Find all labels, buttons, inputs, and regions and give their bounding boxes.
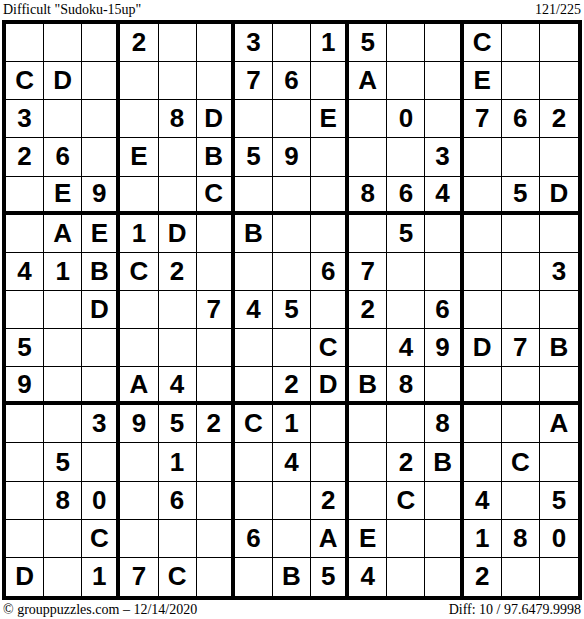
- cell-r13c5-given[interactable]: 6: [159, 482, 197, 520]
- cell-r1c5-empty[interactable]: [159, 24, 197, 62]
- cell-r12c5-given[interactable]: 1: [159, 443, 197, 481]
- cell-r15c13-given[interactable]: 2: [464, 558, 502, 596]
- cell-r6c5-given[interactable]: D: [159, 215, 197, 253]
- cell-r5c7-empty[interactable]: [235, 177, 273, 215]
- cell-r2c4-empty[interactable]: [120, 62, 158, 100]
- puzzle-number: 121/225: [535, 1, 581, 18]
- cell-r2c3-empty[interactable]: [82, 62, 120, 100]
- cell-r14c6-empty[interactable]: [197, 520, 235, 558]
- cell-r6c11-given[interactable]: 5: [387, 215, 425, 253]
- cell-r15c6-empty[interactable]: [197, 558, 235, 596]
- cell-r8c10-given[interactable]: 2: [349, 291, 387, 329]
- cell-r8c1-empty[interactable]: [6, 291, 44, 329]
- cell-r4c9-empty[interactable]: [311, 138, 349, 176]
- cell-r12c7-empty[interactable]: [235, 443, 273, 481]
- cell-r7c13-empty[interactable]: [464, 253, 502, 291]
- cell-r2c1-given[interactable]: C: [6, 62, 44, 100]
- cell-r12c10-empty[interactable]: [349, 443, 387, 481]
- cell-r5c5-empty[interactable]: [159, 177, 197, 215]
- cell-r7c9-given[interactable]: 6: [311, 253, 349, 291]
- cell-r3c14-given[interactable]: 6: [502, 100, 540, 138]
- cell-r4c14-empty[interactable]: [502, 138, 540, 176]
- cell-r9c3-empty[interactable]: [82, 329, 120, 367]
- cell-r8c13-empty[interactable]: [464, 291, 502, 329]
- cell-r8c5-empty[interactable]: [159, 291, 197, 329]
- cell-r1c8-empty[interactable]: [273, 24, 311, 62]
- cell-r13c6-empty[interactable]: [197, 482, 235, 520]
- cell-r5c6-given[interactable]: C: [197, 177, 235, 215]
- cell-r10c13-empty[interactable]: [464, 367, 502, 405]
- cell-r7c12-empty[interactable]: [425, 253, 463, 291]
- cell-r1c1-empty[interactable]: [6, 24, 44, 62]
- cell-r6c7-given[interactable]: B: [235, 215, 273, 253]
- cell-r5c4-empty[interactable]: [120, 177, 158, 215]
- cell-r2c10-given[interactable]: A: [349, 62, 387, 100]
- cell-r15c14-empty[interactable]: [502, 558, 540, 596]
- cell-r3c5-given[interactable]: 8: [159, 100, 197, 138]
- cell-r9c7-empty[interactable]: [235, 329, 273, 367]
- cell-r11c11-empty[interactable]: [387, 405, 425, 443]
- cell-r7c6-empty[interactable]: [197, 253, 235, 291]
- cell-r7c10-given[interactable]: 7: [349, 253, 387, 291]
- cell-r7c15-given[interactable]: 3: [540, 253, 578, 291]
- cell-r5c8-empty[interactable]: [273, 177, 311, 215]
- cell-r7c11-empty[interactable]: [387, 253, 425, 291]
- cell-r15c12-empty[interactable]: [425, 558, 463, 596]
- cell-r6c4-given[interactable]: 1: [120, 215, 158, 253]
- cell-r5c14-given[interactable]: 5: [502, 177, 540, 215]
- cell-r11c5-given[interactable]: 5: [159, 405, 197, 443]
- cell-r10c1-given[interactable]: 9: [6, 367, 44, 405]
- cell-r6c9-empty[interactable]: [311, 215, 349, 253]
- cell-r12c1-empty[interactable]: [6, 443, 44, 481]
- cell-r14c7-given[interactable]: 6: [235, 520, 273, 558]
- cell-r7c1-given[interactable]: 4: [6, 253, 44, 291]
- header: Difficult "Sudoku-15up" 121/225: [3, 1, 581, 18]
- cell-r2c13-given[interactable]: E: [464, 62, 502, 100]
- cell-r9c2-empty[interactable]: [44, 329, 82, 367]
- cell-r15c4-given[interactable]: 7: [120, 558, 158, 596]
- cell-r11c15-given[interactable]: A: [540, 405, 578, 443]
- cell-r12c9-empty[interactable]: [311, 443, 349, 481]
- cell-r4c11-empty[interactable]: [387, 138, 425, 176]
- cell-r5c12-given[interactable]: 4: [425, 177, 463, 215]
- cell-r3c11-given[interactable]: 0: [387, 100, 425, 138]
- cell-r6c13-empty[interactable]: [464, 215, 502, 253]
- cell-r5c15-given[interactable]: D: [540, 177, 578, 215]
- cell-r12c13-empty[interactable]: [464, 443, 502, 481]
- cell-r6c1-empty[interactable]: [6, 215, 44, 253]
- cell-r6c8-empty[interactable]: [273, 215, 311, 253]
- cell-r12c12-given[interactable]: B: [425, 443, 463, 481]
- cell-r8c9-empty[interactable]: [311, 291, 349, 329]
- cell-r9c9-given[interactable]: C: [311, 329, 349, 367]
- cell-r3c6-given[interactable]: D: [197, 100, 235, 138]
- cell-r1c12-empty[interactable]: [425, 24, 463, 62]
- cell-r14c2-empty[interactable]: [44, 520, 82, 558]
- cell-r14c13-given[interactable]: 1: [464, 520, 502, 558]
- cell-r1c4-given[interactable]: 2: [120, 24, 158, 62]
- cell-r10c7-empty[interactable]: [235, 367, 273, 405]
- cell-r13c1-empty[interactable]: [6, 482, 44, 520]
- copyright-text: © grouppuzzles.com – 12/14/2020: [3, 601, 197, 618]
- cell-r8c6-given[interactable]: 7: [197, 291, 235, 329]
- cell-r3c12-empty[interactable]: [425, 100, 463, 138]
- cell-r8c3-given[interactable]: D: [82, 291, 120, 329]
- cell-r1c7-given[interactable]: 3: [235, 24, 273, 62]
- cell-r7c4-given[interactable]: C: [120, 253, 158, 291]
- cell-r12c3-empty[interactable]: [82, 443, 120, 481]
- cell-r6c2-given[interactable]: A: [44, 215, 82, 253]
- cell-r3c13-given[interactable]: 7: [464, 100, 502, 138]
- cell-r14c5-empty[interactable]: [159, 520, 197, 558]
- cell-r2c14-empty[interactable]: [502, 62, 540, 100]
- cell-r4c15-empty[interactable]: [540, 138, 578, 176]
- cell-r3c15-given[interactable]: 2: [540, 100, 578, 138]
- cell-r11c1-empty[interactable]: [6, 405, 44, 443]
- cell-r3c7-empty[interactable]: [235, 100, 273, 138]
- cell-r13c12-empty[interactable]: [425, 482, 463, 520]
- cell-r8c4-empty[interactable]: [120, 291, 158, 329]
- cell-r14c10-given[interactable]: E: [349, 520, 387, 558]
- cell-r13c10-empty[interactable]: [349, 482, 387, 520]
- cell-r8c15-empty[interactable]: [540, 291, 578, 329]
- cell-r3c9-given[interactable]: E: [311, 100, 349, 138]
- cell-r13c7-empty[interactable]: [235, 482, 273, 520]
- cell-r4c2-given[interactable]: 6: [44, 138, 82, 176]
- cell-r15c15-empty[interactable]: [540, 558, 578, 596]
- cell-r14c1-empty[interactable]: [6, 520, 44, 558]
- cell-r15c9-given[interactable]: 5: [311, 558, 349, 596]
- cell-r1c15-empty[interactable]: [540, 24, 578, 62]
- cell-r4c6-given[interactable]: B: [197, 138, 235, 176]
- cell-r12c11-given[interactable]: 2: [387, 443, 425, 481]
- cell-r7c14-empty[interactable]: [502, 253, 540, 291]
- cell-r5c3-given[interactable]: 9: [82, 177, 120, 215]
- cell-r2c6-empty[interactable]: [197, 62, 235, 100]
- cell-r12c14-given[interactable]: C: [502, 443, 540, 481]
- cell-r9c12-given[interactable]: 9: [425, 329, 463, 367]
- cell-r14c9-given[interactable]: A: [311, 520, 349, 558]
- cell-r3c3-empty[interactable]: [82, 100, 120, 138]
- cell-r12c2-given[interactable]: 5: [44, 443, 82, 481]
- cell-r2c15-empty[interactable]: [540, 62, 578, 100]
- cell-r5c11-given[interactable]: 6: [387, 177, 425, 215]
- cell-r1c6-empty[interactable]: [197, 24, 235, 62]
- cell-r8c14-empty[interactable]: [502, 291, 540, 329]
- cell-r10c6-empty[interactable]: [197, 367, 235, 405]
- cell-r3c2-empty[interactable]: [44, 100, 82, 138]
- cell-r2c7-given[interactable]: 7: [235, 62, 273, 100]
- cell-r10c14-empty[interactable]: [502, 367, 540, 405]
- cell-r4c7-given[interactable]: 5: [235, 138, 273, 176]
- cell-r3c4-empty[interactable]: [120, 100, 158, 138]
- cell-r7c7-empty[interactable]: [235, 253, 273, 291]
- cell-r7c8-empty[interactable]: [273, 253, 311, 291]
- cell-r6c14-empty[interactable]: [502, 215, 540, 253]
- cell-r10c10-given[interactable]: B: [349, 367, 387, 405]
- cell-r11c4-given[interactable]: 9: [120, 405, 158, 443]
- cell-r11c14-empty[interactable]: [502, 405, 540, 443]
- cell-r8c8-given[interactable]: 5: [273, 291, 311, 329]
- cell-r8c2-empty[interactable]: [44, 291, 82, 329]
- cell-r9c8-empty[interactable]: [273, 329, 311, 367]
- cell-r12c4-empty[interactable]: [120, 443, 158, 481]
- cell-r14c12-empty[interactable]: [425, 520, 463, 558]
- cell-r8c11-empty[interactable]: [387, 291, 425, 329]
- cell-r7c2-given[interactable]: 1: [44, 253, 82, 291]
- cell-r11c10-empty[interactable]: [349, 405, 387, 443]
- cell-r13c9-given[interactable]: 2: [311, 482, 349, 520]
- cell-r9c1-given[interactable]: 5: [6, 329, 44, 367]
- cell-r9c14-given[interactable]: 7: [502, 329, 540, 367]
- cell-r5c9-empty[interactable]: [311, 177, 349, 215]
- cell-r1c14-empty[interactable]: [502, 24, 540, 62]
- cell-r11c7-given[interactable]: C: [235, 405, 273, 443]
- cell-r15c7-empty[interactable]: [235, 558, 273, 596]
- cell-r11c6-given[interactable]: 2: [197, 405, 235, 443]
- cell-r2c5-empty[interactable]: [159, 62, 197, 100]
- cell-r11c13-empty[interactable]: [464, 405, 502, 443]
- cell-r10c11-given[interactable]: 8: [387, 367, 425, 405]
- cell-r7c5-given[interactable]: 2: [159, 253, 197, 291]
- cell-r2c11-empty[interactable]: [387, 62, 425, 100]
- cell-r13c8-empty[interactable]: [273, 482, 311, 520]
- cell-r6c15-empty[interactable]: [540, 215, 578, 253]
- cell-r9c10-empty[interactable]: [349, 329, 387, 367]
- cell-r4c4-given[interactable]: E: [120, 138, 158, 176]
- cell-r11c3-given[interactable]: 3: [82, 405, 120, 443]
- cell-r15c5-given[interactable]: C: [159, 558, 197, 596]
- cell-r9c11-given[interactable]: 4: [387, 329, 425, 367]
- difficulty-text: Diff: 10 / 97.6479.9998: [449, 601, 581, 618]
- cell-r6c10-empty[interactable]: [349, 215, 387, 253]
- cell-r9c13-given[interactable]: D: [464, 329, 502, 367]
- cell-r15c2-empty[interactable]: [44, 558, 82, 596]
- cell-r10c15-empty[interactable]: [540, 367, 578, 405]
- cell-r14c14-given[interactable]: 8: [502, 520, 540, 558]
- cell-r1c11-empty[interactable]: [387, 24, 425, 62]
- cell-r2c8-given[interactable]: 6: [273, 62, 311, 100]
- cell-r4c3-empty[interactable]: [82, 138, 120, 176]
- cell-r15c10-given[interactable]: 4: [349, 558, 387, 596]
- cell-r13c2-given[interactable]: 8: [44, 482, 82, 520]
- cell-r2c12-empty[interactable]: [425, 62, 463, 100]
- cell-r6c12-empty[interactable]: [425, 215, 463, 253]
- cell-r4c13-empty[interactable]: [464, 138, 502, 176]
- cell-r1c3-empty[interactable]: [82, 24, 120, 62]
- cell-r9c5-empty[interactable]: [159, 329, 197, 367]
- cell-r11c8-given[interactable]: 1: [273, 405, 311, 443]
- cell-r5c13-empty[interactable]: [464, 177, 502, 215]
- cell-r5c2-given[interactable]: E: [44, 177, 82, 215]
- cell-r4c12-given[interactable]: 3: [425, 138, 463, 176]
- cell-r10c4-given[interactable]: A: [120, 367, 158, 405]
- cell-r4c5-empty[interactable]: [159, 138, 197, 176]
- cell-r8c7-given[interactable]: 4: [235, 291, 273, 329]
- cell-r4c10-empty[interactable]: [349, 138, 387, 176]
- cell-r13c14-empty[interactable]: [502, 482, 540, 520]
- cell-r14c4-empty[interactable]: [120, 520, 158, 558]
- cell-r13c15-given[interactable]: 5: [540, 482, 578, 520]
- cell-r12c8-given[interactable]: 4: [273, 443, 311, 481]
- cell-r14c3-given[interactable]: C: [82, 520, 120, 558]
- cell-r12c6-empty[interactable]: [197, 443, 235, 481]
- cell-r15c3-given[interactable]: 1: [82, 558, 120, 596]
- cell-r14c15-given[interactable]: 0: [540, 520, 578, 558]
- cell-r14c11-empty[interactable]: [387, 520, 425, 558]
- cell-r13c4-empty[interactable]: [120, 482, 158, 520]
- cell-r9c6-empty[interactable]: [197, 329, 235, 367]
- cell-r7c3-given[interactable]: B: [82, 253, 120, 291]
- cell-r10c2-empty[interactable]: [44, 367, 82, 405]
- cell-r10c9-given[interactable]: D: [311, 367, 349, 405]
- cell-r1c9-given[interactable]: 1: [311, 24, 349, 62]
- cell-r6c3-given[interactable]: E: [82, 215, 120, 253]
- cell-r11c2-empty[interactable]: [44, 405, 82, 443]
- cell-r11c12-given[interactable]: 8: [425, 405, 463, 443]
- cell-r10c8-given[interactable]: 2: [273, 367, 311, 405]
- cell-r5c10-given[interactable]: 8: [349, 177, 387, 215]
- cell-r1c2-empty[interactable]: [44, 24, 82, 62]
- cell-r3c1-given[interactable]: 3: [6, 100, 44, 138]
- cell-r2c2-given[interactable]: D: [44, 62, 82, 100]
- cell-r12c15-empty[interactable]: [540, 443, 578, 481]
- cell-r9c15-given[interactable]: B: [540, 329, 578, 367]
- cell-r1c10-given[interactable]: 5: [349, 24, 387, 62]
- cell-r9c4-empty[interactable]: [120, 329, 158, 367]
- cell-r10c3-empty[interactable]: [82, 367, 120, 405]
- cell-r3c8-empty[interactable]: [273, 100, 311, 138]
- cell-r8c12-given[interactable]: 6: [425, 291, 463, 329]
- cell-r15c8-given[interactable]: B: [273, 558, 311, 596]
- puzzle-title: Difficult "Sudoku-15up": [3, 1, 141, 18]
- sudoku-board: 2315CCD76AE38DE076226EB593E9C8645DAE1DB5…: [2, 20, 582, 600]
- cell-r13c3-given[interactable]: 0: [82, 482, 120, 520]
- cell-r5c1-empty[interactable]: [6, 177, 44, 215]
- cell-r4c8-given[interactable]: 9: [273, 138, 311, 176]
- cell-r3c10-empty[interactable]: [349, 100, 387, 138]
- cell-r14c8-empty[interactable]: [273, 520, 311, 558]
- cell-r2c9-empty[interactable]: [311, 62, 349, 100]
- cell-r13c13-given[interactable]: 4: [464, 482, 502, 520]
- cell-r1c13-given[interactable]: C: [464, 24, 502, 62]
- cell-r15c11-empty[interactable]: [387, 558, 425, 596]
- cell-r6c6-empty[interactable]: [197, 215, 235, 253]
- footer: © grouppuzzles.com – 12/14/2020 Diff: 10…: [3, 601, 581, 618]
- cell-r15c1-given[interactable]: D: [6, 558, 44, 596]
- cell-r10c12-empty[interactable]: [425, 367, 463, 405]
- cell-r4c1-given[interactable]: 2: [6, 138, 44, 176]
- cell-r11c9-empty[interactable]: [311, 405, 349, 443]
- cell-r13c11-given[interactable]: C: [387, 482, 425, 520]
- cell-r10c5-given[interactable]: 4: [159, 367, 197, 405]
